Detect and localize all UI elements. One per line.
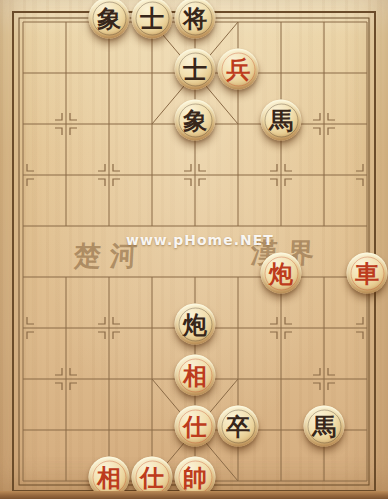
piece-red-elephant[interactable]: 相 bbox=[175, 355, 216, 396]
piece-black-cannon[interactable]: 炮 bbox=[175, 304, 216, 345]
piece-glyph: 馬 bbox=[269, 108, 293, 132]
piece-glyph: 将 bbox=[183, 6, 207, 30]
piece-glyph: 馬 bbox=[312, 414, 336, 438]
piece-black-soldier[interactable]: 卒 bbox=[218, 406, 259, 447]
piece-glyph: 炮 bbox=[183, 312, 207, 336]
piece-black-horse[interactable]: 馬 bbox=[261, 100, 302, 141]
piece-black-horse[interactable]: 馬 bbox=[304, 406, 345, 447]
piece-red-advisor[interactable]: 仕 bbox=[175, 406, 216, 447]
piece-glyph: 相 bbox=[183, 363, 207, 387]
piece-glyph: 象 bbox=[183, 108, 207, 132]
piece-red-cannon[interactable]: 炮 bbox=[261, 253, 302, 294]
piece-glyph: 帥 bbox=[183, 465, 207, 489]
piece-glyph: 車 bbox=[355, 261, 379, 285]
piece-glyph: 仕 bbox=[183, 414, 207, 438]
piece-glyph: 士 bbox=[140, 6, 164, 30]
xiangqi-board: 楚河 漢界 www.pHome.NET 象士将士兵象馬炮車炮相仕卒馬相仕帥 bbox=[0, 0, 388, 499]
piece-glyph: 炮 bbox=[269, 261, 293, 285]
piece-black-elephant[interactable]: 象 bbox=[175, 100, 216, 141]
piece-red-soldier[interactable]: 兵 bbox=[218, 49, 259, 90]
piece-red-chariot[interactable]: 車 bbox=[347, 253, 388, 294]
piece-black-advisor[interactable]: 士 bbox=[175, 49, 216, 90]
piece-glyph: 相 bbox=[97, 465, 121, 489]
piece-glyph: 仕 bbox=[140, 465, 164, 489]
piece-glyph: 兵 bbox=[226, 57, 250, 81]
piece-glyph: 卒 bbox=[226, 414, 250, 438]
piece-glyph: 象 bbox=[97, 6, 121, 30]
watermark-text: www.pHome.NET bbox=[126, 232, 274, 248]
piece-glyph: 士 bbox=[183, 57, 207, 81]
board-bottom-edge bbox=[0, 491, 388, 499]
